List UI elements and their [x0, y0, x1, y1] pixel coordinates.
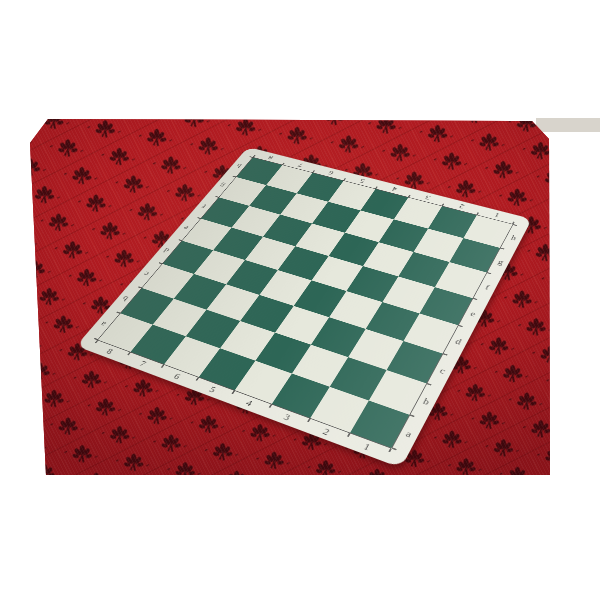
chess-mat-wrapper: 8765432187654321hgfedcbahgfedcba: [0, 0, 600, 600]
chess-mat: 8765432187654321hgfedcbahgfedcba: [76, 147, 532, 468]
product-photo: 8765432187654321hgfedcbahgfedcba: [0, 0, 600, 600]
tick-left-8: [94, 338, 98, 340]
